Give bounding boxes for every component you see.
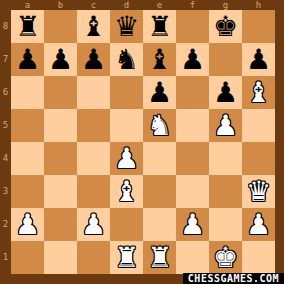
- square-h5[interactable]: [242, 109, 275, 142]
- square-f5[interactable]: [176, 109, 209, 142]
- square-f3[interactable]: [176, 175, 209, 208]
- rank-label-4: 4: [0, 142, 11, 175]
- square-g6[interactable]: ♟: [209, 76, 242, 109]
- square-b4[interactable]: [44, 142, 77, 175]
- square-g1[interactable]: ♚: [209, 241, 242, 274]
- white-pawn-g5: ♟: [213, 112, 238, 140]
- square-a5[interactable]: [11, 109, 44, 142]
- square-d6[interactable]: [110, 76, 143, 109]
- square-d1[interactable]: ♜: [110, 241, 143, 274]
- square-g3[interactable]: [209, 175, 242, 208]
- black-king-g8: ♚: [213, 13, 238, 41]
- square-a6[interactable]: [11, 76, 44, 109]
- rank-labels: 87654321: [0, 10, 11, 274]
- rank-label-1: 1: [0, 241, 11, 274]
- white-pawn-a2: ♟: [15, 211, 40, 239]
- black-bishop-e7: ♝: [147, 46, 172, 74]
- square-c6[interactable]: [77, 76, 110, 109]
- square-h1[interactable]: [242, 241, 275, 274]
- square-g8[interactable]: ♚: [209, 10, 242, 43]
- file-label-a: a: [11, 0, 44, 10]
- white-pawn-h2: ♟: [246, 211, 271, 239]
- square-c8[interactable]: ♝: [77, 10, 110, 43]
- square-e3[interactable]: [143, 175, 176, 208]
- black-pawn-e6: ♟: [147, 79, 172, 107]
- white-pawn-f2: ♟: [180, 211, 205, 239]
- square-h3[interactable]: ♛: [242, 175, 275, 208]
- black-pawn-g6: ♟: [213, 79, 238, 107]
- file-label-c: c: [77, 0, 110, 10]
- square-d4[interactable]: ♟: [110, 142, 143, 175]
- square-e2[interactable]: [143, 208, 176, 241]
- square-f1[interactable]: [176, 241, 209, 274]
- square-g5[interactable]: ♟: [209, 109, 242, 142]
- square-a2[interactable]: ♟: [11, 208, 44, 241]
- square-g7[interactable]: [209, 43, 242, 76]
- white-rook-d1: ♜: [114, 244, 139, 272]
- square-a3[interactable]: [11, 175, 44, 208]
- rank-label-7: 7: [0, 43, 11, 76]
- square-b6[interactable]: [44, 76, 77, 109]
- square-c5[interactable]: [77, 109, 110, 142]
- square-b3[interactable]: [44, 175, 77, 208]
- square-a7[interactable]: ♟: [11, 43, 44, 76]
- square-g2[interactable]: [209, 208, 242, 241]
- square-c7[interactable]: ♟: [77, 43, 110, 76]
- square-d7[interactable]: ♞: [110, 43, 143, 76]
- white-knight-e5: ♞: [147, 112, 172, 140]
- rank-label-3: 3: [0, 175, 11, 208]
- black-bishop-c8: ♝: [81, 13, 106, 41]
- square-d3[interactable]: ♝: [110, 175, 143, 208]
- square-b1[interactable]: [44, 241, 77, 274]
- white-bishop-h6: ♝: [246, 79, 271, 107]
- white-queen-h3: ♛: [246, 178, 271, 206]
- file-label-d: d: [110, 0, 143, 10]
- square-c2[interactable]: ♟: [77, 208, 110, 241]
- square-f6[interactable]: [176, 76, 209, 109]
- white-pawn-c2: ♟: [81, 211, 106, 239]
- file-label-h: h: [242, 0, 275, 10]
- file-label-f: f: [176, 0, 209, 10]
- black-pawn-a7: ♟: [15, 46, 40, 74]
- black-rook-e8: ♜: [147, 13, 172, 41]
- square-e8[interactable]: ♜: [143, 10, 176, 43]
- square-h8[interactable]: [242, 10, 275, 43]
- square-c1[interactable]: [77, 241, 110, 274]
- square-e5[interactable]: ♞: [143, 109, 176, 142]
- file-label-b: b: [44, 0, 77, 10]
- white-pawn-d4: ♟: [114, 145, 139, 173]
- white-king-g1: ♚: [213, 244, 238, 272]
- black-pawn-f7: ♟: [180, 46, 205, 74]
- square-d8[interactable]: ♛: [110, 10, 143, 43]
- rank-label-8: 8: [0, 10, 11, 43]
- file-label-e: e: [143, 0, 176, 10]
- square-e4[interactable]: [143, 142, 176, 175]
- square-b5[interactable]: [44, 109, 77, 142]
- file-labels: abcdefgh: [11, 0, 275, 10]
- white-bishop-d3: ♝: [114, 178, 139, 206]
- white-rook-e1: ♜: [147, 244, 172, 272]
- black-rook-a8: ♜: [15, 13, 40, 41]
- square-b7[interactable]: ♟: [44, 43, 77, 76]
- square-e6[interactable]: ♟: [143, 76, 176, 109]
- square-e1[interactable]: ♜: [143, 241, 176, 274]
- square-b8[interactable]: [44, 10, 77, 43]
- square-c4[interactable]: [77, 142, 110, 175]
- rank-label-5: 5: [0, 109, 11, 142]
- square-h7[interactable]: ♟: [242, 43, 275, 76]
- black-queen-d8: ♛: [114, 13, 139, 41]
- chess-board-frame: abcdefgh 87654321 ♜♝♛♜♚♟♟♟♞♝♟♟♟♟♝♞♟♟♝♛♟♟…: [0, 0, 284, 284]
- chessgames-brand-bar: CHESSGAMES.COM: [183, 273, 284, 284]
- square-d5[interactable]: [110, 109, 143, 142]
- square-h4[interactable]: [242, 142, 275, 175]
- square-a8[interactable]: ♜: [11, 10, 44, 43]
- square-g4[interactable]: [209, 142, 242, 175]
- square-a1[interactable]: [11, 241, 44, 274]
- square-f4[interactable]: [176, 142, 209, 175]
- black-pawn-h7: ♟: [246, 46, 271, 74]
- square-h2[interactable]: ♟: [242, 208, 275, 241]
- square-f2[interactable]: ♟: [176, 208, 209, 241]
- black-knight-d7: ♞: [114, 46, 139, 74]
- branding-label: CHESSGAMES.COM: [188, 273, 279, 284]
- board-grid: ♜♝♛♜♚♟♟♟♞♝♟♟♟♟♝♞♟♟♝♛♟♟♟♟♜♜♚: [11, 10, 275, 274]
- square-e7[interactable]: ♝: [143, 43, 176, 76]
- black-pawn-c7: ♟: [81, 46, 106, 74]
- rank-label-2: 2: [0, 208, 11, 241]
- square-f7[interactable]: ♟: [176, 43, 209, 76]
- file-label-g: g: [209, 0, 242, 10]
- square-a4[interactable]: [11, 142, 44, 175]
- square-h6[interactable]: ♝: [242, 76, 275, 109]
- square-f8[interactable]: [176, 10, 209, 43]
- rank-label-6: 6: [0, 76, 11, 109]
- square-d2[interactable]: [110, 208, 143, 241]
- black-pawn-b7: ♟: [48, 46, 73, 74]
- square-c3[interactable]: [77, 175, 110, 208]
- square-b2[interactable]: [44, 208, 77, 241]
